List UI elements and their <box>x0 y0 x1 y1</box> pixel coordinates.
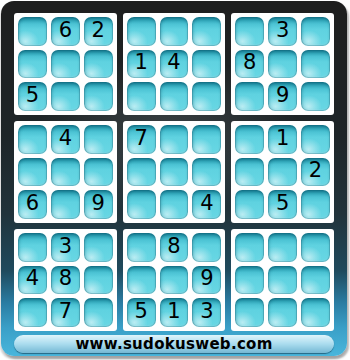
page: 6251438946974125348789513 www.sudokusweb… <box>0 0 350 360</box>
cell-r3c4[interactable] <box>127 82 156 111</box>
cell-r1c9[interactable] <box>301 17 330 46</box>
given-digit: 4 <box>26 268 39 289</box>
given-digit: 5 <box>276 193 289 214</box>
cell-r3c1[interactable]: 5 <box>18 82 47 111</box>
cell-r8c4[interactable] <box>127 266 156 295</box>
cell-r5c1[interactable] <box>18 158 47 187</box>
cell-r7c9[interactable] <box>301 233 330 262</box>
given-digit: 2 <box>309 160 322 181</box>
cell-r9c9[interactable] <box>301 298 330 327</box>
cell-r5c8[interactable] <box>268 158 297 187</box>
cell-r5c3[interactable] <box>84 158 113 187</box>
cell-r8c5[interactable] <box>160 266 189 295</box>
cell-r6c6[interactable]: 4 <box>192 190 221 219</box>
cell-r7c3[interactable] <box>84 233 113 262</box>
box-3: 389 <box>231 13 334 115</box>
cell-r5c6[interactable] <box>192 158 221 187</box>
cell-r6c2[interactable] <box>51 190 80 219</box>
cell-r6c3[interactable]: 9 <box>84 190 113 219</box>
cell-r2c6[interactable] <box>192 50 221 79</box>
given-digit: 8 <box>243 52 256 73</box>
cell-r9c2[interactable]: 7 <box>51 298 80 327</box>
cell-r4c6[interactable] <box>192 125 221 154</box>
cell-r9c4[interactable]: 5 <box>127 298 156 327</box>
cell-r1c2[interactable]: 6 <box>51 17 80 46</box>
cell-r3c5[interactable] <box>160 82 189 111</box>
given-digit: 2 <box>92 20 105 41</box>
cell-r7c8[interactable] <box>268 233 297 262</box>
cell-r2c9[interactable] <box>301 50 330 79</box>
site-url: www.sudokusweb.com <box>75 337 272 352</box>
cell-r2c5[interactable]: 4 <box>160 50 189 79</box>
cell-r8c3[interactable] <box>84 266 113 295</box>
cell-r1c8[interactable]: 3 <box>268 17 297 46</box>
cell-r3c8[interactable]: 9 <box>268 82 297 111</box>
given-digit: 5 <box>134 301 147 322</box>
cell-r8c9[interactable] <box>301 266 330 295</box>
cell-r1c5[interactable] <box>160 17 189 46</box>
cell-r1c1[interactable] <box>18 17 47 46</box>
box-4: 469 <box>14 121 117 223</box>
given-digit: 5 <box>26 85 39 106</box>
cell-r1c4[interactable] <box>127 17 156 46</box>
cell-r9c6[interactable]: 3 <box>192 298 221 327</box>
cell-r2c1[interactable] <box>18 50 47 79</box>
given-digit: 1 <box>134 52 147 73</box>
cell-r4c7[interactable] <box>235 125 264 154</box>
cell-r9c1[interactable] <box>18 298 47 327</box>
cell-r8c7[interactable] <box>235 266 264 295</box>
box-5: 74 <box>123 121 226 223</box>
cell-r9c3[interactable] <box>84 298 113 327</box>
given-digit: 6 <box>59 20 72 41</box>
cell-r9c8[interactable] <box>268 298 297 327</box>
given-digit: 4 <box>167 52 180 73</box>
sudoku-app-frame: 6251438946974125348789513 www.sudokusweb… <box>1 1 347 356</box>
cell-r2c2[interactable] <box>51 50 80 79</box>
cell-r6c9[interactable] <box>301 190 330 219</box>
box-1: 625 <box>14 13 117 115</box>
given-digit: 9 <box>276 85 289 106</box>
given-digit: 7 <box>59 301 72 322</box>
cell-r8c6[interactable]: 9 <box>192 266 221 295</box>
cell-r2c8[interactable] <box>268 50 297 79</box>
given-digit: 4 <box>59 128 72 149</box>
cell-r4c9[interactable] <box>301 125 330 154</box>
given-digit: 8 <box>167 236 180 257</box>
cell-r3c2[interactable] <box>51 82 80 111</box>
cell-r4c4[interactable]: 7 <box>127 125 156 154</box>
cell-r8c2[interactable]: 8 <box>51 266 80 295</box>
cell-r4c2[interactable]: 4 <box>51 125 80 154</box>
cell-r3c3[interactable] <box>84 82 113 111</box>
cell-r7c2[interactable]: 3 <box>51 233 80 262</box>
given-digit: 3 <box>276 20 289 41</box>
cell-r5c2[interactable] <box>51 158 80 187</box>
cell-r1c6[interactable] <box>192 17 221 46</box>
cell-r6c8[interactable]: 5 <box>268 190 297 219</box>
cell-r1c7[interactable] <box>235 17 264 46</box>
cell-r3c7[interactable] <box>235 82 264 111</box>
given-digit: 8 <box>59 268 72 289</box>
cell-r2c4[interactable]: 1 <box>127 50 156 79</box>
cell-r2c3[interactable] <box>84 50 113 79</box>
cell-r6c5[interactable] <box>160 190 189 219</box>
cell-r3c9[interactable] <box>301 82 330 111</box>
cell-r5c7[interactable] <box>235 158 264 187</box>
box-2: 14 <box>123 13 226 115</box>
cell-r4c8[interactable]: 1 <box>268 125 297 154</box>
cell-r5c9[interactable]: 2 <box>301 158 330 187</box>
cell-r1c3[interactable]: 2 <box>84 17 113 46</box>
cell-r2c7[interactable]: 8 <box>235 50 264 79</box>
cell-r4c3[interactable] <box>84 125 113 154</box>
cell-r6c1[interactable]: 6 <box>18 190 47 219</box>
cell-r8c8[interactable] <box>268 266 297 295</box>
cell-r8c1[interactable]: 4 <box>18 266 47 295</box>
cell-r6c4[interactable] <box>127 190 156 219</box>
given-digit: 4 <box>200 193 213 214</box>
given-digit: 1 <box>167 301 180 322</box>
cell-r9c5[interactable]: 1 <box>160 298 189 327</box>
given-digit: 9 <box>200 268 213 289</box>
cell-r6c7[interactable] <box>235 190 264 219</box>
given-digit: 3 <box>200 301 213 322</box>
cell-r7c4[interactable] <box>127 233 156 262</box>
cell-r3c6[interactable] <box>192 82 221 111</box>
given-digit: 9 <box>92 193 105 214</box>
cell-r5c4[interactable] <box>127 158 156 187</box>
footer-strip: www.sudokusweb.com <box>14 335 334 353</box>
cell-r9c7[interactable] <box>235 298 264 327</box>
given-digit: 7 <box>134 128 147 149</box>
given-digit: 6 <box>26 193 39 214</box>
cell-r7c7[interactable] <box>235 233 264 262</box>
cell-r4c5[interactable] <box>160 125 189 154</box>
cell-r7c1[interactable] <box>18 233 47 262</box>
box-8: 89513 <box>123 229 226 331</box>
given-digit: 3 <box>59 236 72 257</box>
box-7: 3487 <box>14 229 117 331</box>
given-digit: 1 <box>276 128 289 149</box>
cell-r5c5[interactable] <box>160 158 189 187</box>
cell-r7c6[interactable] <box>192 233 221 262</box>
sudoku-board: 6251438946974125348789513 <box>14 13 334 331</box>
cell-r7c5[interactable]: 8 <box>160 233 189 262</box>
box-6: 125 <box>231 121 334 223</box>
box-9 <box>231 229 334 331</box>
cell-r4c1[interactable] <box>18 125 47 154</box>
